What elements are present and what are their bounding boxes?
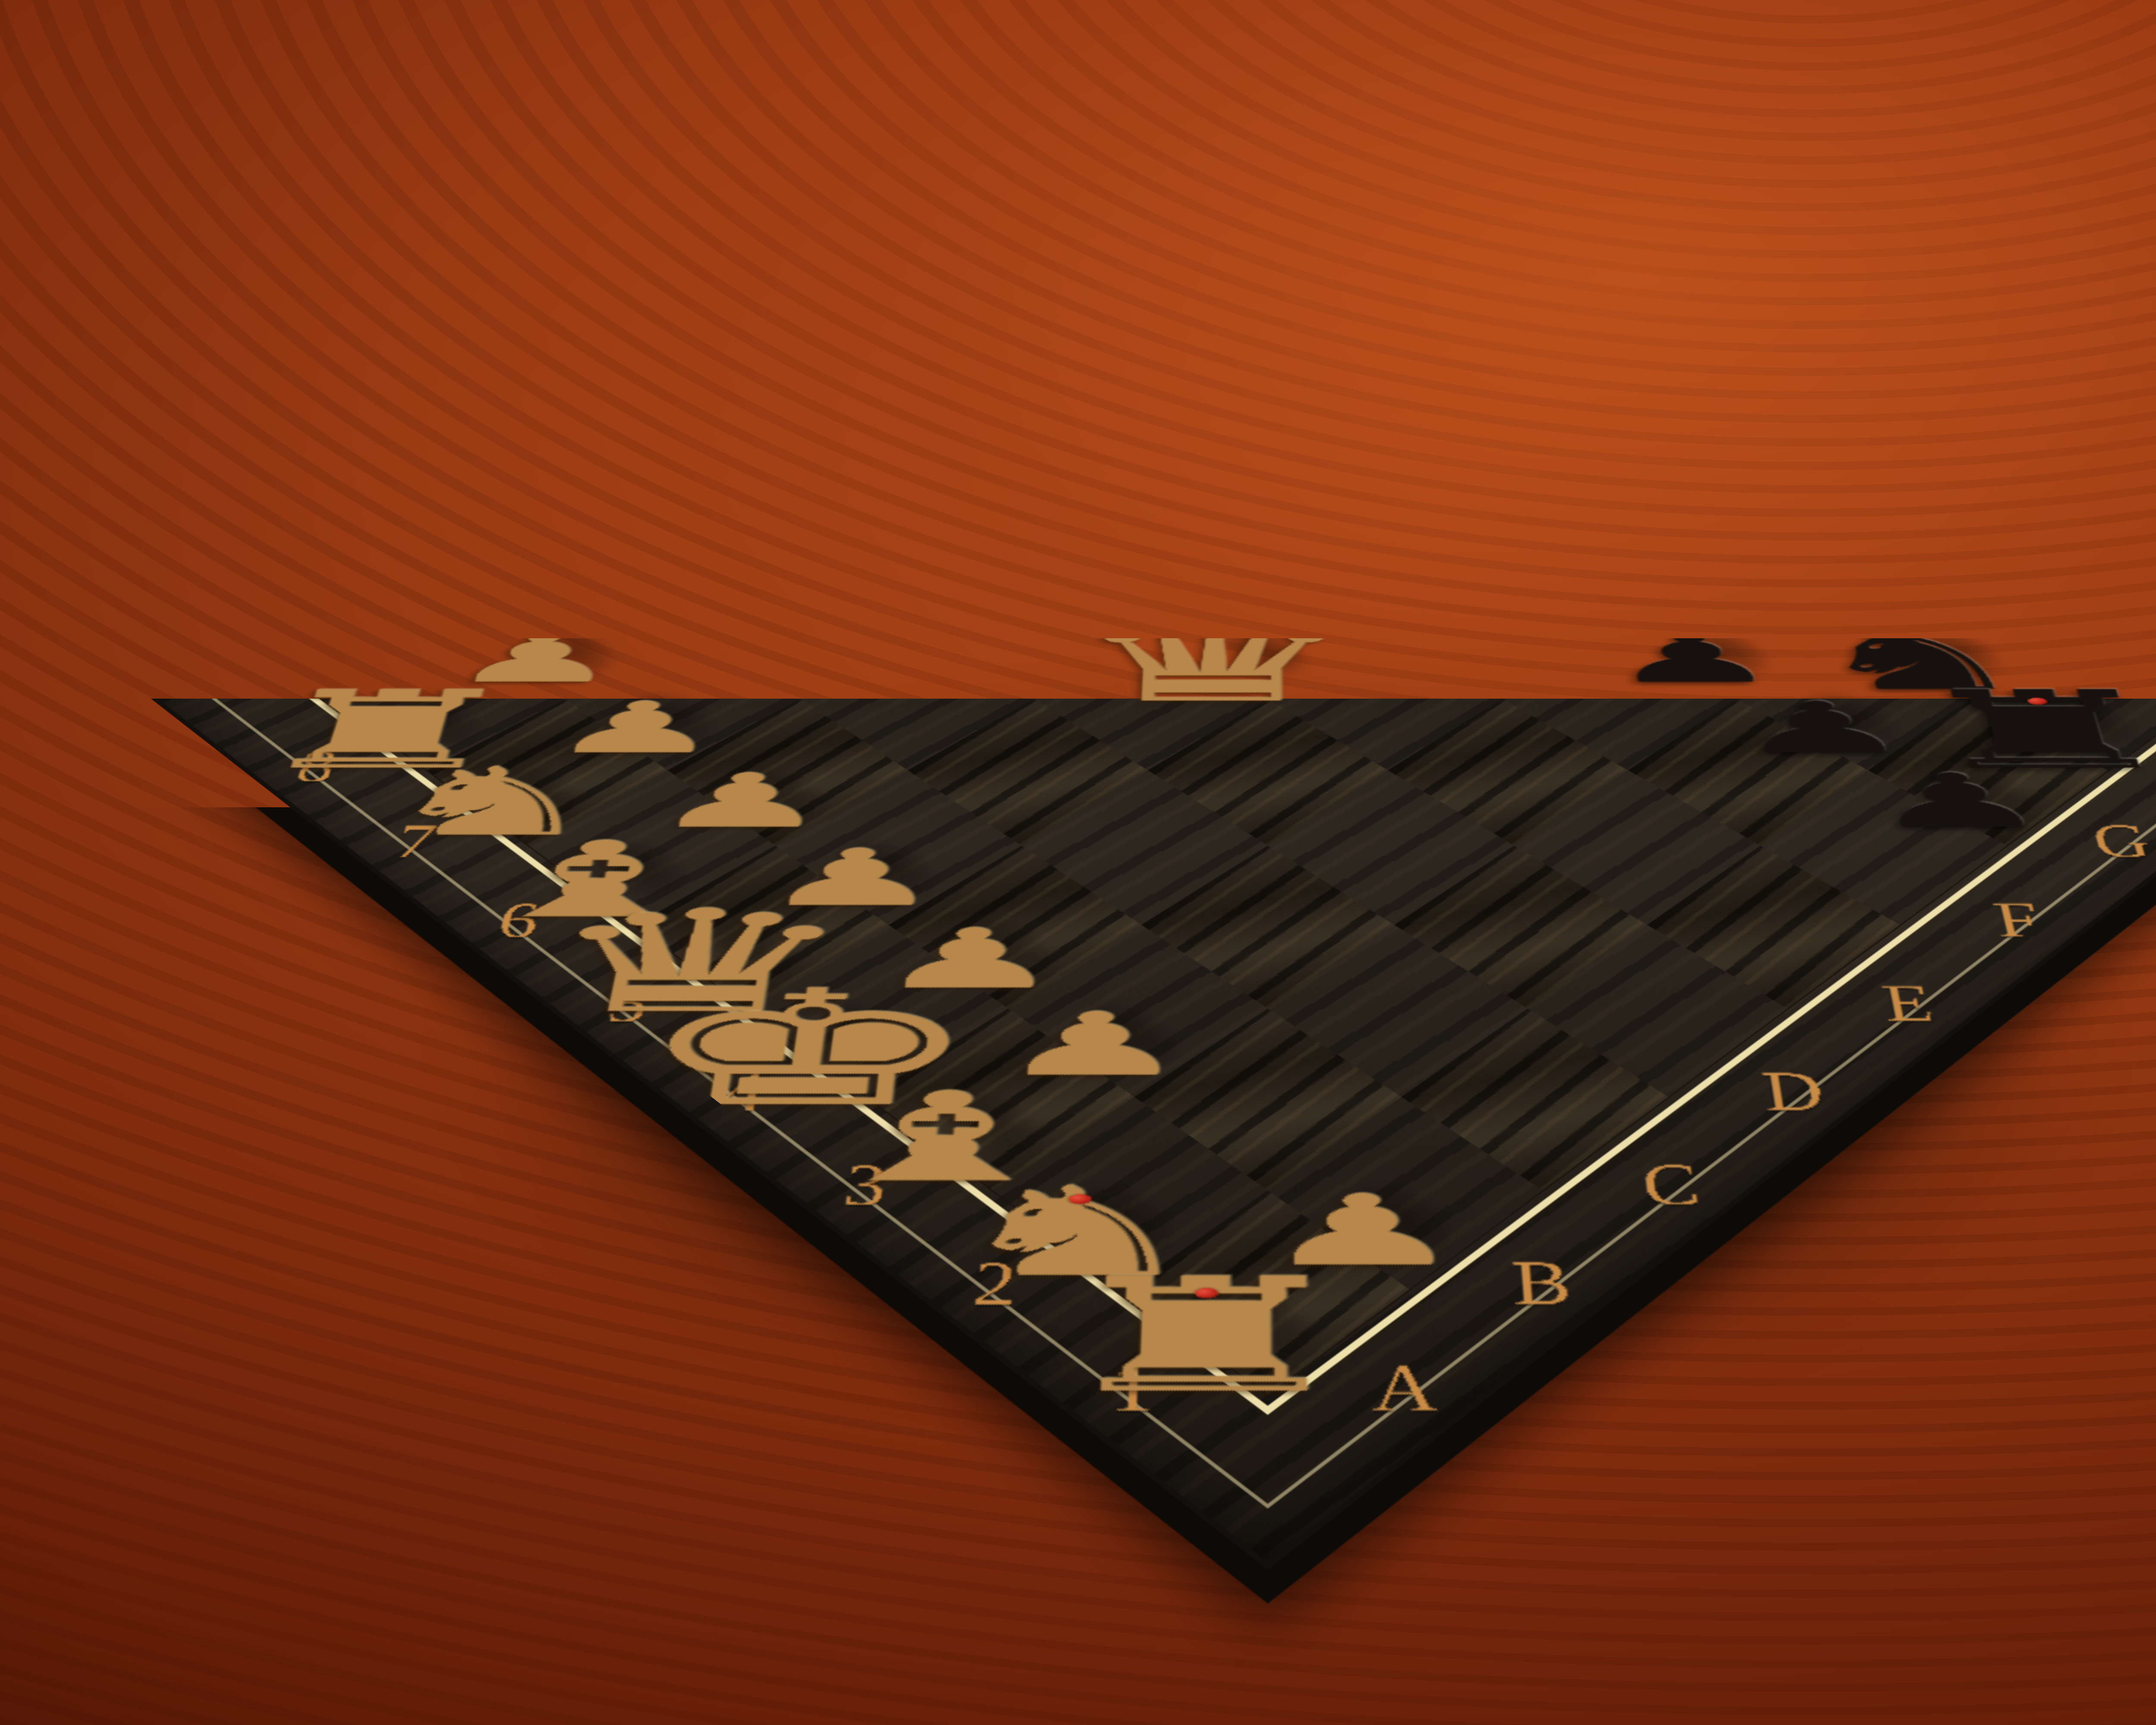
square-b6: [667, 699, 908, 846]
file-label-far-E-text: E: [834, 374, 879, 409]
mahogany-table: 88HH77GG66FF55EE44DD33CC22BB11AA ♜♞♝♛♚♝♞…: [0, 0, 2156, 1725]
file-label-far-H-text: H: [1153, 220, 1198, 250]
file-label-far-C-text: C: [592, 489, 646, 526]
file-label-far-F-text: F: [948, 320, 987, 353]
file-label-far-G-text: G: [1050, 269, 1098, 301]
rank-label-far-6-text: 6: [1550, 320, 1586, 353]
square-b5: [775, 770, 1022, 925]
rank-label-far-7-text: 7: [1445, 269, 1479, 301]
square-b2: [1134, 1009, 1401, 1191]
photo-scene: 88HH77GG66FF55EE44DD33CC22BB11AA ♜♞♝♛♚♝♞…: [0, 0, 2156, 1725]
rank-label-far-8-text: 8: [1344, 220, 1376, 250]
rank-label-far-5-text: 5: [1660, 374, 1698, 409]
square-e2: [1514, 770, 1760, 925]
square-b3: [1008, 925, 1268, 1097]
square-c2: [1268, 925, 1527, 1097]
file-label-far-D-text: D: [713, 430, 768, 466]
